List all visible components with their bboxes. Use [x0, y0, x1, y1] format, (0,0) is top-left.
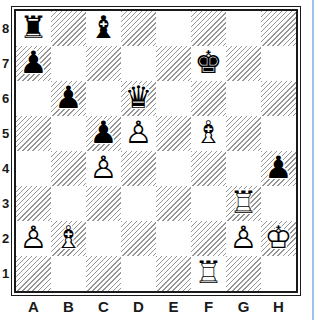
file-label-c: C — [86, 298, 121, 316]
square-f7: ♚♚ — [191, 46, 226, 81]
square-g4 — [226, 151, 261, 186]
white-pawn: ♟♙ — [226, 221, 261, 256]
square-g2: ♟♙ — [226, 221, 261, 256]
piece-glyph: ♙ — [226, 221, 261, 256]
piece-glyph: ♖ — [191, 256, 226, 291]
square-g3: ♜♖ — [226, 186, 261, 221]
black-king: ♚♚ — [191, 46, 226, 81]
file-label-f: F — [191, 298, 226, 316]
piece-glyph: ♟ — [86, 116, 121, 151]
square-b5 — [51, 116, 86, 151]
white-bishop: ♝♗ — [191, 116, 226, 151]
square-f5: ♝♗ — [191, 116, 226, 151]
square-h7 — [261, 46, 296, 81]
square-b7 — [51, 46, 86, 81]
piece-glyph: ♟ — [51, 81, 86, 116]
square-g8 — [226, 11, 261, 46]
square-a6 — [16, 81, 51, 116]
rank-label-3: 3 — [0, 186, 11, 221]
rank-label-1: 1 — [0, 256, 11, 291]
file-label-a: A — [16, 298, 51, 316]
square-e4 — [156, 151, 191, 186]
square-a4 — [16, 151, 51, 186]
rank-labels: 87654321 — [0, 11, 11, 291]
file-label-b: B — [51, 298, 86, 316]
square-b1 — [51, 256, 86, 291]
square-d1 — [121, 256, 156, 291]
square-g1 — [226, 256, 261, 291]
square-a2: ♟♙ — [16, 221, 51, 256]
square-a5 — [16, 116, 51, 151]
square-g6 — [226, 81, 261, 116]
piece-glyph: ♜ — [16, 11, 51, 46]
file-label-d: D — [121, 298, 156, 316]
square-f4 — [191, 151, 226, 186]
square-c5: ♟♟ — [86, 116, 121, 151]
piece-glyph: ♝ — [86, 11, 121, 46]
piece-glyph: ♟ — [261, 151, 296, 186]
square-b2: ♝♗ — [51, 221, 86, 256]
square-d2 — [121, 221, 156, 256]
square-d5: ♟♙ — [121, 116, 156, 151]
square-c1 — [86, 256, 121, 291]
square-g7 — [226, 46, 261, 81]
rank-label-6: 6 — [0, 81, 11, 116]
rank-label-5: 5 — [0, 116, 11, 151]
square-c3 — [86, 186, 121, 221]
square-e1 — [156, 256, 191, 291]
piece-glyph: ♖ — [226, 186, 261, 221]
square-c2 — [86, 221, 121, 256]
black-rook: ♜♜ — [16, 11, 51, 46]
rank-label-2: 2 — [0, 221, 11, 256]
black-bishop: ♝♝ — [86, 11, 121, 46]
rank-label-8: 8 — [0, 11, 11, 46]
square-f6 — [191, 81, 226, 116]
square-e7 — [156, 46, 191, 81]
black-pawn: ♟♟ — [261, 151, 296, 186]
square-h4: ♟♟ — [261, 151, 296, 186]
square-e5 — [156, 116, 191, 151]
square-g5 — [226, 116, 261, 151]
piece-glyph: ♗ — [191, 116, 226, 151]
white-king: ♚♔ — [261, 221, 296, 256]
square-b8 — [51, 11, 86, 46]
black-pawn: ♟♟ — [51, 81, 86, 116]
square-d6: ♛♛ — [121, 81, 156, 116]
piece-glyph: ♚ — [191, 46, 226, 81]
rank-label-4: 4 — [0, 151, 11, 186]
white-rook: ♜♖ — [191, 256, 226, 291]
square-b4 — [51, 151, 86, 186]
image-edge-line — [312, 0, 314, 320]
square-a7: ♟♟ — [16, 46, 51, 81]
file-label-e: E — [156, 298, 191, 316]
piece-glyph: ♔ — [261, 221, 296, 256]
square-a8: ♜♜ — [16, 11, 51, 46]
rank-label-7: 7 — [0, 46, 11, 81]
square-e6 — [156, 81, 191, 116]
square-d3 — [121, 186, 156, 221]
piece-glyph: ♙ — [121, 116, 156, 151]
square-f1: ♜♖ — [191, 256, 226, 291]
square-d4 — [121, 151, 156, 186]
square-c8: ♝♝ — [86, 11, 121, 46]
piece-glyph: ♛ — [121, 81, 156, 116]
square-d8 — [121, 11, 156, 46]
white-pawn: ♟♙ — [16, 221, 51, 256]
square-h6 — [261, 81, 296, 116]
square-h3 — [261, 186, 296, 221]
file-label-h: H — [261, 298, 296, 316]
square-c7 — [86, 46, 121, 81]
white-rook: ♜♖ — [226, 186, 261, 221]
square-h5 — [261, 116, 296, 151]
white-pawn: ♟♙ — [121, 116, 156, 151]
square-e8 — [156, 11, 191, 46]
square-e2 — [156, 221, 191, 256]
white-pawn: ♟♙ — [86, 151, 121, 186]
square-c4: ♟♙ — [86, 151, 121, 186]
square-h1 — [261, 256, 296, 291]
square-e3 — [156, 186, 191, 221]
board-inner-border: ♜♜♝♝♟♟♚♚♟♟♛♛♟♟♟♙♝♗♟♙♟♟♜♖♟♙♝♗♟♙♚♔♜♖ — [14, 9, 298, 293]
square-h8 — [261, 11, 296, 46]
file-labels: ABCDEFGH — [16, 298, 296, 316]
square-f3 — [191, 186, 226, 221]
black-queen: ♛♛ — [121, 81, 156, 116]
piece-glyph: ♗ — [51, 221, 86, 256]
chess-board: ♜♜♝♝♟♟♚♚♟♟♛♛♟♟♟♙♝♗♟♙♟♟♜♖♟♙♝♗♟♙♚♔♜♖ — [16, 11, 296, 291]
board-frame: ♜♜♝♝♟♟♚♚♟♟♛♛♟♟♟♙♝♗♟♙♟♟♜♖♟♙♝♗♟♙♚♔♜♖ — [11, 6, 301, 296]
square-a3 — [16, 186, 51, 221]
piece-glyph: ♟ — [16, 46, 51, 81]
piece-glyph: ♙ — [86, 151, 121, 186]
square-h2: ♚♔ — [261, 221, 296, 256]
black-pawn: ♟♟ — [16, 46, 51, 81]
piece-glyph: ♙ — [16, 221, 51, 256]
square-f8 — [191, 11, 226, 46]
chess-diagram: 87654321 ♜♜♝♝♟♟♚♚♟♟♛♛♟♟♟♙♝♗♟♙♟♟♜♖♟♙♝♗♟♙♚… — [0, 0, 314, 320]
square-b6: ♟♟ — [51, 81, 86, 116]
square-a1 — [16, 256, 51, 291]
square-f2 — [191, 221, 226, 256]
file-label-g: G — [226, 298, 261, 316]
square-b3 — [51, 186, 86, 221]
white-bishop: ♝♗ — [51, 221, 86, 256]
black-pawn: ♟♟ — [86, 116, 121, 151]
square-c6 — [86, 81, 121, 116]
square-d7 — [121, 46, 156, 81]
